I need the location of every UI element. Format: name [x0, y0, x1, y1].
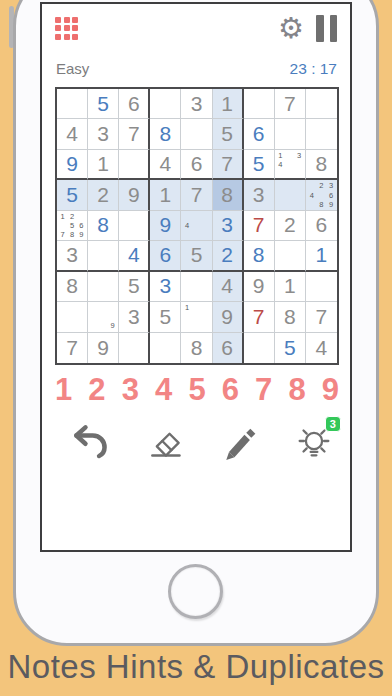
pad-digit-5[interactable]: 5 [188, 374, 205, 405]
cell-r2c5[interactable] [181, 119, 212, 149]
cell-r1c4[interactable] [150, 89, 181, 119]
cell-r1c9[interactable] [306, 89, 337, 119]
app-screen: ⚙ Easy 23 : 17 5631743785691467513485291… [40, 2, 352, 552]
cell-r5c4[interactable]: 9 [150, 211, 181, 241]
pad-digit-1[interactable]: 1 [55, 374, 72, 405]
cell-r7c6[interactable]: 4 [213, 272, 244, 302]
cell-r2c6[interactable]: 5 [213, 119, 244, 149]
pause-icon[interactable] [316, 15, 337, 42]
cell-r9c1[interactable]: 7 [57, 333, 88, 363]
cell-r7c3[interactable]: 5 [119, 272, 150, 302]
cell-r8c3[interactable]: 3 [119, 302, 150, 332]
top-bar-right: ⚙ [278, 14, 337, 42]
cell-r8c2[interactable]: 9 [88, 302, 119, 332]
cell-r4c7[interactable]: 3 [244, 180, 275, 210]
cell-r8c1[interactable] [57, 302, 88, 332]
undo-icon [70, 421, 110, 461]
cell-r1c5[interactable]: 3 [181, 89, 212, 119]
cell-r3c2[interactable]: 1 [88, 150, 119, 180]
pad-digit-4[interactable]: 4 [155, 374, 172, 405]
cell-r2c9[interactable] [306, 119, 337, 149]
cell-r5c1[interactable]: 1256789 [57, 211, 88, 241]
pad-digit-6[interactable]: 6 [222, 374, 239, 405]
cell-r9c5[interactable]: 8 [181, 333, 212, 363]
cell-r5c7[interactable]: 7 [244, 211, 275, 241]
cell-r3c6[interactable]: 7 [213, 150, 244, 180]
cell-r8c5[interactable]: 1 [181, 302, 212, 332]
pad-digit-9[interactable]: 9 [322, 374, 339, 405]
cell-r7c9[interactable] [306, 272, 337, 302]
cell-r5c6[interactable]: 3 [213, 211, 244, 241]
cell-r9c8[interactable]: 5 [275, 333, 306, 363]
cell-r8c9[interactable]: 7 [306, 302, 337, 332]
cell-r4c4[interactable]: 1 [150, 180, 181, 210]
cell-r5c9[interactable]: 6 [306, 211, 337, 241]
cell-r4c2[interactable]: 2 [88, 180, 119, 210]
cell-r9c7[interactable] [244, 333, 275, 363]
pencil-icon [219, 421, 259, 461]
pad-digit-8[interactable]: 8 [288, 374, 305, 405]
cell-r1c1[interactable] [57, 89, 88, 119]
hint-button[interactable]: 3 [292, 419, 336, 463]
pencil-notes: 234689 [307, 181, 336, 208]
eraser-icon [145, 421, 185, 461]
cell-r8c7[interactable]: 7 [244, 302, 275, 332]
cell-r4c8[interactable] [275, 180, 306, 210]
cell-r9c6[interactable]: 6 [213, 333, 244, 363]
number-pad: 123456789 [55, 370, 339, 408]
home-button[interactable] [168, 564, 223, 619]
cell-r6c3[interactable]: 4 [119, 241, 150, 271]
cell-r2c3[interactable]: 7 [119, 119, 150, 149]
cell-r3c5[interactable]: 6 [181, 150, 212, 180]
cell-r6c2[interactable] [88, 241, 119, 271]
cell-r9c2[interactable]: 9 [88, 333, 119, 363]
pencil-notes: 9 [89, 303, 117, 330]
cell-r2c2[interactable]: 3 [88, 119, 119, 149]
marketing-caption: Notes Hints & Duplicates [0, 648, 392, 686]
pad-digit-7[interactable]: 7 [255, 374, 272, 405]
difficulty-label: Easy [56, 60, 89, 77]
cell-r5c3[interactable] [119, 211, 150, 241]
toolbar: 3 [68, 416, 336, 466]
cell-r6c7[interactable]: 8 [244, 241, 275, 271]
cell-r3c4[interactable]: 4 [150, 150, 181, 180]
cell-r5c2[interactable]: 8 [88, 211, 119, 241]
pencil-notes: 1256789 [58, 212, 86, 239]
cell-r9c4[interactable] [150, 333, 181, 363]
cell-r8c4[interactable]: 5 [150, 302, 181, 332]
cell-r8c6[interactable]: 9 [213, 302, 244, 332]
settings-gear-icon[interactable]: ⚙ [278, 14, 304, 42]
pad-digit-3[interactable]: 3 [122, 374, 139, 405]
timer: 23 : 17 [290, 60, 337, 78]
cell-r7c1[interactable]: 8 [57, 272, 88, 302]
eraser-button[interactable] [143, 419, 187, 463]
cell-r2c7[interactable]: 6 [244, 119, 275, 149]
cell-r3c8[interactable]: 134 [275, 150, 306, 180]
cell-r4c9[interactable]: 234689 [306, 180, 337, 210]
cell-r2c4[interactable]: 8 [150, 119, 181, 149]
cell-r1c7[interactable] [244, 89, 275, 119]
cell-r4c3[interactable]: 9 [119, 180, 150, 210]
cell-r1c2[interactable]: 5 [88, 89, 119, 119]
marketing-screenshot: ⚙ Easy 23 : 17 5631743785691467513485291… [0, 0, 392, 696]
cell-r3c9[interactable]: 8 [306, 150, 337, 180]
cell-r6c9[interactable]: 1 [306, 241, 337, 271]
cell-r9c9[interactable]: 4 [306, 333, 337, 363]
cell-r3c3[interactable] [119, 150, 150, 180]
pencil-notes: 4 [182, 212, 210, 239]
pencil-button[interactable] [217, 419, 261, 463]
cell-r6c8[interactable] [275, 241, 306, 271]
cell-r5c8[interactable]: 2 [275, 211, 306, 241]
cell-r7c2[interactable] [88, 272, 119, 302]
cell-r1c8[interactable]: 7 [275, 89, 306, 119]
cell-r2c1[interactable]: 4 [57, 119, 88, 149]
status-line: Easy 23 : 17 [56, 60, 337, 78]
pencil-notes: 134 [276, 151, 304, 177]
cell-r1c6[interactable]: 1 [213, 89, 244, 119]
top-bar: ⚙ [55, 13, 337, 43]
cell-r8c8[interactable]: 8 [275, 302, 306, 332]
cell-r6c1[interactable]: 3 [57, 241, 88, 271]
cell-r7c7[interactable]: 9 [244, 272, 275, 302]
cell-r6c6[interactable]: 2 [213, 241, 244, 271]
cell-r4c5[interactable]: 7 [181, 180, 212, 210]
cell-r7c5[interactable] [181, 272, 212, 302]
cell-r3c7[interactable]: 5 [244, 150, 275, 180]
pencil-notes: 1 [182, 303, 210, 330]
cell-r5c5[interactable]: 4 [181, 211, 212, 241]
cell-r4c6[interactable]: 8 [213, 180, 244, 210]
cell-r7c4[interactable]: 3 [150, 272, 181, 302]
cell-r7c8[interactable]: 1 [275, 272, 306, 302]
cell-r4c1[interactable]: 5 [57, 180, 88, 210]
cell-r6c5[interactable]: 5 [181, 241, 212, 271]
cell-r9c3[interactable] [119, 333, 150, 363]
cell-r2c8[interactable] [275, 119, 306, 149]
hint-count-badge: 3 [325, 416, 341, 432]
cell-r1c3[interactable]: 6 [119, 89, 150, 119]
pad-digit-2[interactable]: 2 [88, 374, 105, 405]
cell-r6c4[interactable]: 6 [150, 241, 181, 271]
undo-button[interactable] [68, 419, 112, 463]
sudoku-grid: 5631743785691467513485291783234689125678… [55, 87, 339, 365]
cell-r3c1[interactable]: 9 [57, 150, 88, 180]
menu-grid-icon[interactable] [55, 17, 78, 40]
